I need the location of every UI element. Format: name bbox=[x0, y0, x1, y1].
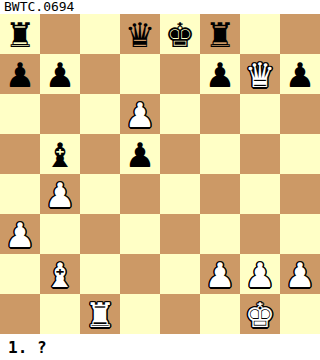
square-a1[interactable] bbox=[0, 294, 40, 334]
square-h8[interactable] bbox=[280, 14, 320, 54]
piece-white-pawn[interactable]: ♟ bbox=[0, 214, 40, 254]
square-g8[interactable] bbox=[240, 14, 280, 54]
square-g5[interactable] bbox=[240, 134, 280, 174]
square-c3[interactable] bbox=[80, 214, 120, 254]
square-f6[interactable] bbox=[200, 94, 240, 134]
move-prompt: 1. ? bbox=[0, 334, 320, 360]
piece-black-rook[interactable]: ♜ bbox=[200, 14, 240, 54]
square-c1[interactable]: ♜ bbox=[80, 294, 120, 334]
piece-white-king[interactable]: ♚ bbox=[240, 294, 280, 334]
piece-white-pawn[interactable]: ♟ bbox=[40, 174, 80, 214]
square-d7[interactable] bbox=[120, 54, 160, 94]
piece-black-pawn[interactable]: ♟ bbox=[40, 54, 80, 94]
square-d1[interactable] bbox=[120, 294, 160, 334]
square-g3[interactable] bbox=[240, 214, 280, 254]
square-b6[interactable] bbox=[40, 94, 80, 134]
piece-white-pawn[interactable]: ♟ bbox=[280, 254, 320, 294]
piece-black-rook[interactable]: ♜ bbox=[0, 14, 40, 54]
square-f8[interactable]: ♜ bbox=[200, 14, 240, 54]
piece-black-queen[interactable]: ♛ bbox=[120, 14, 160, 54]
square-c6[interactable] bbox=[80, 94, 120, 134]
square-b4[interactable]: ♟ bbox=[40, 174, 80, 214]
square-f4[interactable] bbox=[200, 174, 240, 214]
square-b2[interactable]: ♝ bbox=[40, 254, 80, 294]
square-a4[interactable] bbox=[0, 174, 40, 214]
square-g7[interactable]: ♛ bbox=[240, 54, 280, 94]
square-a6[interactable] bbox=[0, 94, 40, 134]
piece-black-pawn[interactable]: ♟ bbox=[120, 134, 160, 174]
square-c5[interactable] bbox=[80, 134, 120, 174]
square-e4[interactable] bbox=[160, 174, 200, 214]
piece-black-bishop[interactable]: ♝ bbox=[40, 134, 80, 174]
puzzle-title: BWTC.0694 bbox=[0, 0, 320, 14]
square-b5[interactable]: ♝ bbox=[40, 134, 80, 174]
piece-black-pawn[interactable]: ♟ bbox=[0, 54, 40, 94]
square-f2[interactable]: ♟ bbox=[200, 254, 240, 294]
chess-app-window: BWTC.0694 ♜♛♚♜♟♟♟♛♟♟♝♟♟♟♝♟♟♟♜♚ 1. ? bbox=[0, 0, 320, 360]
square-h5[interactable] bbox=[280, 134, 320, 174]
square-b8[interactable] bbox=[40, 14, 80, 54]
square-g1[interactable]: ♚ bbox=[240, 294, 280, 334]
square-h4[interactable] bbox=[280, 174, 320, 214]
chess-board: ♜♛♚♜♟♟♟♛♟♟♝♟♟♟♝♟♟♟♜♚ bbox=[0, 14, 320, 334]
piece-white-pawn[interactable]: ♟ bbox=[200, 254, 240, 294]
square-a8[interactable]: ♜ bbox=[0, 14, 40, 54]
square-e2[interactable] bbox=[160, 254, 200, 294]
square-c4[interactable] bbox=[80, 174, 120, 214]
square-c7[interactable] bbox=[80, 54, 120, 94]
piece-black-king[interactable]: ♚ bbox=[160, 14, 200, 54]
square-b1[interactable] bbox=[40, 294, 80, 334]
piece-white-rook[interactable]: ♜ bbox=[80, 294, 120, 334]
square-d6[interactable]: ♟ bbox=[120, 94, 160, 134]
square-g4[interactable] bbox=[240, 174, 280, 214]
square-f3[interactable] bbox=[200, 214, 240, 254]
square-f7[interactable]: ♟ bbox=[200, 54, 240, 94]
square-d3[interactable] bbox=[120, 214, 160, 254]
piece-white-queen[interactable]: ♛ bbox=[240, 54, 280, 94]
square-b7[interactable]: ♟ bbox=[40, 54, 80, 94]
piece-white-pawn[interactable]: ♟ bbox=[240, 254, 280, 294]
square-c8[interactable] bbox=[80, 14, 120, 54]
square-e6[interactable] bbox=[160, 94, 200, 134]
square-f5[interactable] bbox=[200, 134, 240, 174]
square-h3[interactable] bbox=[280, 214, 320, 254]
square-c2[interactable] bbox=[80, 254, 120, 294]
square-e1[interactable] bbox=[160, 294, 200, 334]
piece-black-pawn[interactable]: ♟ bbox=[200, 54, 240, 94]
square-b3[interactable] bbox=[40, 214, 80, 254]
square-g6[interactable] bbox=[240, 94, 280, 134]
square-e8[interactable]: ♚ bbox=[160, 14, 200, 54]
square-f1[interactable] bbox=[200, 294, 240, 334]
square-a7[interactable]: ♟ bbox=[0, 54, 40, 94]
square-d5[interactable]: ♟ bbox=[120, 134, 160, 174]
square-g2[interactable]: ♟ bbox=[240, 254, 280, 294]
square-a2[interactable] bbox=[0, 254, 40, 294]
square-d4[interactable] bbox=[120, 174, 160, 214]
square-e5[interactable] bbox=[160, 134, 200, 174]
square-a5[interactable] bbox=[0, 134, 40, 174]
square-h6[interactable] bbox=[280, 94, 320, 134]
piece-white-bishop[interactable]: ♝ bbox=[40, 254, 80, 294]
piece-black-pawn[interactable]: ♟ bbox=[280, 54, 320, 94]
piece-white-pawn[interactable]: ♟ bbox=[120, 94, 160, 134]
square-h2[interactable]: ♟ bbox=[280, 254, 320, 294]
square-e3[interactable] bbox=[160, 214, 200, 254]
square-d8[interactable]: ♛ bbox=[120, 14, 160, 54]
square-h7[interactable]: ♟ bbox=[280, 54, 320, 94]
square-d2[interactable] bbox=[120, 254, 160, 294]
square-h1[interactable] bbox=[280, 294, 320, 334]
square-a3[interactable]: ♟ bbox=[0, 214, 40, 254]
square-e7[interactable] bbox=[160, 54, 200, 94]
